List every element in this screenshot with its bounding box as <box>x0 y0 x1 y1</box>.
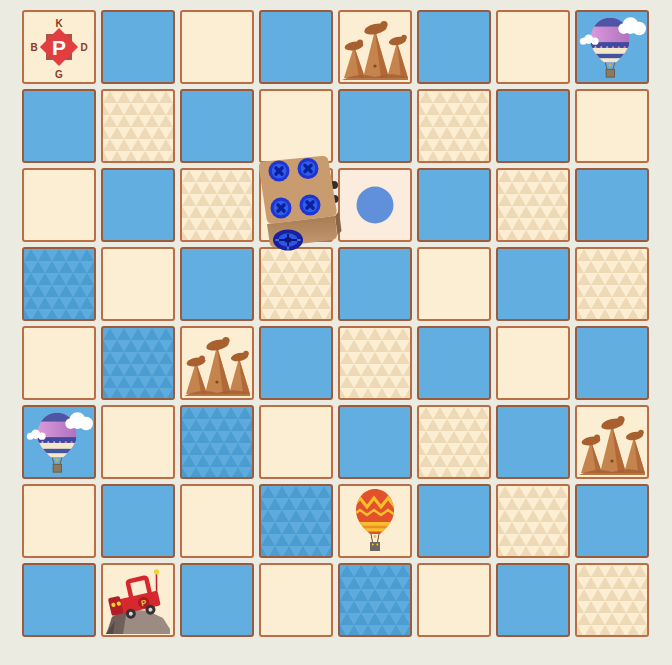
board-cell-r2c5[interactable] <box>338 89 412 163</box>
board-cell-r4c1[interactable] <box>22 247 96 321</box>
fairy-chimneys-icon <box>577 407 647 477</box>
board-cell-r5c3[interactable] <box>180 326 254 400</box>
hot-air-balloon-orange-icon <box>340 486 410 556</box>
board-cell-r2c1[interactable] <box>22 89 96 163</box>
board-cell-r4c4[interactable] <box>259 247 333 321</box>
app-background: { "game": "robot-coding board game (Cube… <box>0 0 672 665</box>
board-cell-r2c8[interactable] <box>575 89 649 163</box>
board-cell-r8c4[interactable] <box>259 563 333 637</box>
board-cell-r4c5[interactable] <box>338 247 412 321</box>
board-cell-r5c1[interactable] <box>22 326 96 400</box>
board-cell-r1c2[interactable] <box>101 10 175 84</box>
svg-text:K: K <box>55 18 63 29</box>
fairy-chimneys-icon <box>340 12 410 82</box>
svg-text:G: G <box>55 69 63 80</box>
board-cell-r5c6[interactable] <box>417 326 491 400</box>
board-cell-r7c6[interactable] <box>417 484 491 558</box>
board-cell-r3c3[interactable] <box>180 168 254 242</box>
board-cell-r4c2[interactable] <box>101 247 175 321</box>
board-cell-r7c3[interactable] <box>180 484 254 558</box>
board-cell-r2c2[interactable] <box>101 89 175 163</box>
board-cell-r3c2[interactable] <box>101 168 175 242</box>
board-cell-r7c4[interactable] <box>259 484 333 558</box>
board-cell-r3c5[interactable] <box>338 168 412 242</box>
hot-air-balloon-purple-icon <box>24 407 94 477</box>
game-board: P K D G B <box>22 10 649 637</box>
hot-air-balloon-purple-icon <box>577 12 647 82</box>
board-cell-r6c7[interactable] <box>496 405 570 479</box>
board-cell-r3c7[interactable] <box>496 168 570 242</box>
board-cell-r7c2[interactable] <box>101 484 175 558</box>
board-cell-r1c3[interactable] <box>180 10 254 84</box>
board-cell-r7c8[interactable] <box>575 484 649 558</box>
fairy-chimneys-icon <box>182 328 252 398</box>
svg-text:D: D <box>80 42 87 53</box>
board-cell-r8c3[interactable] <box>180 563 254 637</box>
board-cell-r3c8[interactable] <box>575 168 649 242</box>
board-cell-r6c8[interactable] <box>575 405 649 479</box>
board-cell-r3c1[interactable] <box>22 168 96 242</box>
compass-rose-icon: P K D G B <box>24 12 94 82</box>
board-cell-r6c1[interactable] <box>22 405 96 479</box>
board-cell-r8c1[interactable] <box>22 563 96 637</box>
board-cell-r3c6[interactable] <box>417 168 491 242</box>
board-cell-r1c1[interactable]: P K D G B <box>22 10 96 84</box>
board-cell-r6c2[interactable] <box>101 405 175 479</box>
board-cell-r5c7[interactable] <box>496 326 570 400</box>
board-cell-r5c5[interactable] <box>338 326 412 400</box>
board-cell-r1c7[interactable] <box>496 10 570 84</box>
board-cell-r7c5[interactable] <box>338 484 412 558</box>
board-cell-r6c6[interactable] <box>417 405 491 479</box>
board-cell-r7c7[interactable] <box>496 484 570 558</box>
svg-text:P: P <box>52 36 66 59</box>
board-cell-r4c6[interactable] <box>417 247 491 321</box>
board-cell-r4c3[interactable] <box>180 247 254 321</box>
board-cell-r2c7[interactable] <box>496 89 570 163</box>
board-cell-r1c6[interactable] <box>417 10 491 84</box>
board-cell-r8c7[interactable] <box>496 563 570 637</box>
board-cell-r5c2[interactable] <box>101 326 175 400</box>
board-cell-r5c8[interactable] <box>575 326 649 400</box>
board-cell-r8c8[interactable] <box>575 563 649 637</box>
board-cell-r8c5[interactable] <box>338 563 412 637</box>
jeep-on-rock-icon: P <box>103 565 173 635</box>
robot-cube[interactable] <box>254 152 346 258</box>
board-cell-r6c5[interactable] <box>338 405 412 479</box>
board-cell-r1c5[interactable] <box>338 10 412 84</box>
board-cell-r1c4[interactable] <box>259 10 333 84</box>
board-cell-r6c4[interactable] <box>259 405 333 479</box>
board-cell-r7c1[interactable] <box>22 484 96 558</box>
board-cell-r8c2[interactable]: P <box>101 563 175 637</box>
svg-text:B: B <box>30 42 37 53</box>
board-cell-r6c3[interactable] <box>180 405 254 479</box>
board-cell-r2c6[interactable] <box>417 89 491 163</box>
target-dot-icon <box>340 170 410 240</box>
board-cell-r4c8[interactable] <box>575 247 649 321</box>
board-cell-r3c4[interactable] <box>259 168 333 242</box>
board-cell-r2c3[interactable] <box>180 89 254 163</box>
board-cell-r1c8[interactable] <box>575 10 649 84</box>
board-cell-r5c4[interactable] <box>259 326 333 400</box>
board-cell-r8c6[interactable] <box>417 563 491 637</box>
board-cell-r4c7[interactable] <box>496 247 570 321</box>
